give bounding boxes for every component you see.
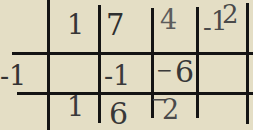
horizontal-line-1 xyxy=(12,52,253,55)
result-x1: 6 xyxy=(109,99,128,129)
coefficient-x3: 1 xyxy=(67,11,84,38)
product-under-x2: -1 xyxy=(104,62,130,89)
product-under-x1-minus: − xyxy=(156,60,173,80)
vertical-line-5 xyxy=(246,3,249,124)
synthetic-division-table: 174-12-1-1−616−2 xyxy=(0,0,253,130)
coefficient-x1: 4 xyxy=(160,6,177,33)
coefficient-x2: 7 xyxy=(106,11,124,40)
horizontal-line-2 xyxy=(17,92,253,95)
result-const-digit: 2 xyxy=(162,96,179,123)
divisor-root: -1 xyxy=(0,62,26,89)
coefficient-const-digit2: 2 xyxy=(222,1,239,27)
product-under-x1-digit: 6 xyxy=(175,57,194,87)
vertical-line-2 xyxy=(98,5,101,123)
vertical-line-4 xyxy=(196,7,199,118)
vertical-line-1 xyxy=(47,0,50,130)
result-x2: 1 xyxy=(67,93,84,120)
